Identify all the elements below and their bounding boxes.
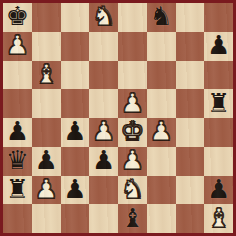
square-h3[interactable] (204, 147, 233, 176)
chess-board: ♚♞♞♟♟♝♟♜♟♟♟♚♟♛♟♟♟♜♟♟♞♟♝♝ (3, 3, 233, 233)
square-e7[interactable] (118, 32, 147, 61)
square-h7[interactable]: ♟ (204, 32, 233, 61)
square-h5[interactable]: ♜ (204, 89, 233, 118)
piece-white-knight: ♞ (121, 176, 144, 202)
piece-white-bishop: ♝ (34, 61, 57, 87)
square-d3[interactable]: ♟ (89, 147, 118, 176)
piece-black-pawn: ♟ (207, 176, 230, 202)
square-b8[interactable] (32, 3, 61, 32)
square-b2[interactable]: ♟ (32, 176, 61, 205)
square-f2[interactable] (147, 176, 176, 205)
square-g5[interactable] (176, 89, 205, 118)
square-h4[interactable] (204, 118, 233, 147)
square-e5[interactable]: ♟ (118, 89, 147, 118)
square-e1[interactable]: ♝ (118, 204, 147, 233)
piece-black-rook: ♜ (6, 176, 29, 202)
piece-white-king: ♚ (121, 118, 144, 144)
square-b5[interactable] (32, 89, 61, 118)
square-d4[interactable]: ♟ (89, 118, 118, 147)
square-a4[interactable]: ♟ (3, 118, 32, 147)
square-b6[interactable]: ♝ (32, 61, 61, 90)
square-a5[interactable] (3, 89, 32, 118)
square-c8[interactable] (61, 3, 90, 32)
square-a2[interactable]: ♜ (3, 176, 32, 205)
square-c7[interactable] (61, 32, 90, 61)
piece-black-rook: ♜ (207, 90, 230, 116)
square-d5[interactable] (89, 89, 118, 118)
piece-black-pawn: ♟ (92, 147, 115, 173)
piece-white-pawn: ♟ (121, 147, 144, 173)
square-h6[interactable] (204, 61, 233, 90)
piece-white-pawn: ♟ (92, 118, 115, 144)
piece-black-pawn: ♟ (63, 176, 86, 202)
piece-white-bishop: ♝ (207, 205, 230, 231)
square-c6[interactable] (61, 61, 90, 90)
square-f7[interactable] (147, 32, 176, 61)
square-f4[interactable]: ♟ (147, 118, 176, 147)
piece-white-pawn: ♟ (149, 118, 172, 144)
piece-white-pawn: ♟ (34, 176, 57, 202)
square-d8[interactable]: ♞ (89, 3, 118, 32)
square-f8[interactable]: ♞ (147, 3, 176, 32)
square-g7[interactable] (176, 32, 205, 61)
square-h8[interactable] (204, 3, 233, 32)
square-e6[interactable] (118, 61, 147, 90)
piece-white-pawn: ♟ (6, 32, 29, 58)
square-g8[interactable] (176, 3, 205, 32)
square-d7[interactable] (89, 32, 118, 61)
piece-black-king: ♚ (6, 3, 29, 29)
piece-black-pawn: ♟ (207, 32, 230, 58)
piece-black-pawn: ♟ (6, 118, 29, 144)
square-a6[interactable] (3, 61, 32, 90)
square-d6[interactable] (89, 61, 118, 90)
piece-black-knight: ♞ (149, 3, 172, 29)
square-b7[interactable] (32, 32, 61, 61)
square-h2[interactable]: ♟ (204, 176, 233, 205)
piece-black-pawn: ♟ (63, 118, 86, 144)
square-e4[interactable]: ♚ (118, 118, 147, 147)
square-f5[interactable] (147, 89, 176, 118)
square-d1[interactable] (89, 204, 118, 233)
square-h1[interactable]: ♝ (204, 204, 233, 233)
square-g3[interactable] (176, 147, 205, 176)
square-d2[interactable] (89, 176, 118, 205)
piece-white-knight: ♞ (92, 3, 115, 29)
square-c5[interactable] (61, 89, 90, 118)
chess-board-frame: ♚♞♞♟♟♝♟♜♟♟♟♚♟♛♟♟♟♜♟♟♞♟♝♝ (0, 0, 236, 236)
square-a3[interactable]: ♛ (3, 147, 32, 176)
piece-black-bishop: ♝ (121, 205, 144, 231)
square-g4[interactable] (176, 118, 205, 147)
piece-black-pawn: ♟ (34, 147, 57, 173)
square-e3[interactable]: ♟ (118, 147, 147, 176)
square-f3[interactable] (147, 147, 176, 176)
square-g6[interactable] (176, 61, 205, 90)
square-a8[interactable]: ♚ (3, 3, 32, 32)
square-c2[interactable]: ♟ (61, 176, 90, 205)
square-b1[interactable] (32, 204, 61, 233)
square-b4[interactable] (32, 118, 61, 147)
square-c4[interactable]: ♟ (61, 118, 90, 147)
square-g1[interactable] (176, 204, 205, 233)
square-c1[interactable] (61, 204, 90, 233)
square-a1[interactable] (3, 204, 32, 233)
square-f6[interactable] (147, 61, 176, 90)
square-e8[interactable] (118, 3, 147, 32)
square-f1[interactable] (147, 204, 176, 233)
square-e2[interactable]: ♞ (118, 176, 147, 205)
square-g2[interactable] (176, 176, 205, 205)
piece-black-queen: ♛ (6, 147, 29, 173)
square-a7[interactable]: ♟ (3, 32, 32, 61)
square-c3[interactable] (61, 147, 90, 176)
piece-white-pawn: ♟ (121, 90, 144, 116)
square-b3[interactable]: ♟ (32, 147, 61, 176)
